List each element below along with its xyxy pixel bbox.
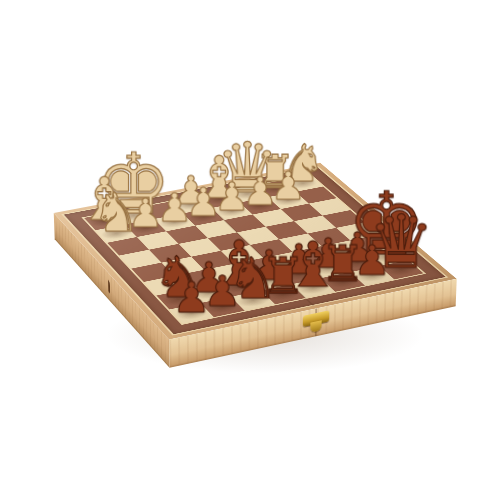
chess-set-product-photo: ♝♚♟♝♛♜♞♞♟♟♟♟♟♟♞♟♝♟♟♟♟♚♟♟♞♜♝♜♟♛ [0,0,500,500]
scene: ♝♚♟♝♛♜♞♞♟♟♟♟♟♟♞♟♝♟♟♟♟♚♟♟♞♜♝♜♟♛ [0,0,500,500]
pawn-icon: ♟ [173,276,211,318]
chess-board: ♝♚♟♝♛♜♞♞♟♟♟♟♟♟♞♟♝♟♟♟♟♚♟♟♞♜♝♜♟♛ [54,163,457,340]
